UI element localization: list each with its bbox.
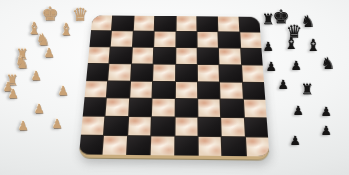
board-square bbox=[151, 117, 174, 135]
board-square bbox=[133, 31, 154, 46]
board-square bbox=[112, 16, 133, 31]
board-square bbox=[221, 100, 244, 118]
board-square bbox=[153, 81, 175, 98]
board-square bbox=[197, 32, 218, 47]
board-square bbox=[175, 137, 198, 156]
board-square bbox=[197, 16, 217, 31]
board-square bbox=[86, 64, 109, 80]
board-square bbox=[220, 65, 242, 81]
board-square bbox=[127, 136, 150, 155]
black-pawn: ♟ bbox=[289, 135, 300, 148]
board-square bbox=[245, 118, 268, 136]
board-square bbox=[152, 99, 174, 117]
board-square bbox=[243, 82, 266, 99]
board-square bbox=[175, 82, 197, 99]
board-square bbox=[134, 16, 155, 31]
board-square bbox=[151, 137, 174, 156]
black-rook: ♜ bbox=[262, 12, 275, 26]
board-square bbox=[107, 81, 130, 98]
white-pawn: ♟ bbox=[2, 81, 13, 94]
white-knight: ♞ bbox=[36, 32, 50, 48]
black-knight: ♞ bbox=[301, 14, 315, 30]
white-knight: ♞ bbox=[15, 55, 29, 71]
black-bishop: ♝ bbox=[284, 36, 298, 52]
board-square bbox=[106, 99, 129, 117]
black-pawn: ♟ bbox=[292, 105, 303, 118]
white-rook: ♜ bbox=[16, 47, 29, 61]
board-square bbox=[155, 16, 175, 31]
board-grid bbox=[79, 15, 269, 156]
black-pawn: ♟ bbox=[290, 60, 301, 73]
white-pawn: ♟ bbox=[43, 47, 54, 60]
board-square bbox=[218, 16, 239, 31]
board-square bbox=[109, 64, 131, 80]
board-square bbox=[242, 65, 264, 81]
board-square bbox=[198, 118, 221, 136]
board-square bbox=[85, 81, 108, 98]
board-square bbox=[132, 47, 153, 63]
board-square bbox=[103, 136, 127, 155]
white-pawn: ♟ bbox=[33, 103, 44, 116]
board-square bbox=[110, 47, 132, 63]
black-pawn: ♟ bbox=[262, 41, 273, 54]
board-square bbox=[131, 64, 153, 80]
board-square bbox=[154, 48, 175, 64]
board-square bbox=[176, 32, 197, 47]
board-square bbox=[220, 82, 242, 99]
white-pawn: ♟ bbox=[17, 120, 28, 133]
board-square bbox=[79, 136, 103, 155]
board-square bbox=[219, 48, 241, 64]
board-square bbox=[175, 99, 197, 117]
board-square bbox=[153, 64, 175, 80]
board-square bbox=[176, 16, 196, 31]
black-queen: ♛ bbox=[286, 23, 302, 41]
white-pawn: ♟ bbox=[30, 70, 41, 83]
board-square bbox=[91, 15, 112, 30]
black-pawn: ♟ bbox=[320, 125, 331, 138]
board-square bbox=[221, 118, 244, 136]
board-square bbox=[198, 48, 219, 64]
board-square bbox=[244, 100, 267, 118]
black-pawn: ♟ bbox=[265, 61, 276, 74]
white-king: ♚ bbox=[41, 4, 58, 23]
white-pawn: ♟ bbox=[51, 118, 62, 131]
photo-scene: ♚♛♝♝♞♞♜♜♟♟♟♟♟♟♟♟ ♜♚♞♛♟♝♝♞♟♟♟♜♟♟♟♟ bbox=[0, 0, 349, 175]
board-square bbox=[129, 99, 152, 117]
board-square bbox=[222, 137, 246, 156]
white-bishop: ♝ bbox=[27, 21, 41, 37]
board-square bbox=[240, 32, 261, 47]
board-square bbox=[176, 64, 197, 80]
board-square bbox=[241, 48, 263, 64]
black-pawn: ♟ bbox=[277, 79, 288, 92]
white-pawn: ♟ bbox=[57, 85, 68, 98]
board-square bbox=[83, 98, 106, 116]
board-square bbox=[128, 117, 151, 135]
board-square bbox=[239, 17, 260, 32]
board-square bbox=[111, 31, 132, 46]
board-square bbox=[154, 31, 175, 46]
white-queen: ♛ bbox=[72, 6, 88, 24]
white-pawn: ♟ bbox=[7, 88, 18, 101]
board-square bbox=[198, 82, 220, 99]
board-square bbox=[90, 31, 112, 46]
black-king: ♚ bbox=[272, 7, 289, 26]
black-pawn: ♟ bbox=[320, 106, 331, 119]
board-square bbox=[246, 137, 270, 156]
white-rook: ♜ bbox=[6, 73, 19, 87]
board-square bbox=[81, 117, 105, 135]
black-rook: ♜ bbox=[301, 82, 314, 96]
board-square bbox=[198, 137, 221, 156]
black-knight: ♞ bbox=[321, 56, 335, 72]
board-square bbox=[130, 81, 152, 98]
board-square bbox=[175, 118, 197, 136]
board-square bbox=[198, 100, 220, 118]
board-square bbox=[219, 32, 240, 47]
black-bishop: ♝ bbox=[306, 38, 320, 54]
chess-board bbox=[79, 15, 270, 159]
board-square bbox=[198, 65, 220, 81]
board-square bbox=[104, 117, 127, 135]
board-square bbox=[176, 48, 197, 64]
white-bishop: ♝ bbox=[59, 22, 73, 38]
board-square bbox=[88, 47, 110, 63]
